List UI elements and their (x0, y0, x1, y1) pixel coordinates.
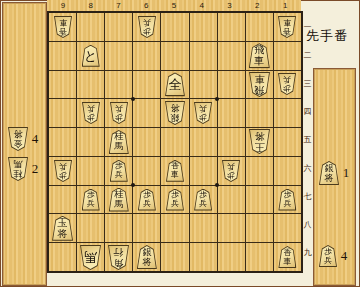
sente-hand-歩兵: 歩兵4 (319, 245, 348, 267)
shogi-piece-銀将[interactable]: 銀将 (165, 101, 185, 125)
piece-kanji: 車 (254, 74, 264, 84)
piece-kanji: 歩 (283, 191, 291, 199)
square-8c[interactable] (77, 71, 104, 99)
square-9f[interactable]: 歩兵 (49, 157, 76, 185)
star-point (131, 97, 135, 101)
square-8a[interactable] (77, 13, 104, 41)
file-label-7: 7 (105, 0, 133, 11)
square-2e[interactable]: 王将 (246, 128, 273, 156)
sente-hand-stand: 銀将1歩兵4 (313, 68, 356, 286)
shogi-piece-馬[interactable]: 馬 (80, 245, 101, 270)
piece-kanji: 将 (14, 130, 23, 139)
square-2a[interactable] (246, 13, 273, 41)
piece-kanji: 歩 (324, 248, 332, 256)
hand-count: 4 (340, 248, 348, 264)
square-7i[interactable]: 角行 (105, 243, 132, 271)
rank-label: 六 (302, 154, 313, 182)
piece-kanji: 桂 (114, 132, 123, 141)
piece-kanji: 兵 (143, 200, 151, 208)
shogi-piece-香車[interactable]: 香車 (166, 160, 184, 182)
shogi-piece-と[interactable]: と (82, 45, 100, 67)
star-point (215, 183, 219, 187)
piece-kanji: 歩 (59, 171, 67, 179)
piece-kanji: 馬 (84, 251, 97, 264)
square-5i[interactable] (161, 243, 188, 271)
shogi-piece-桂馬[interactable]: 桂馬 (8, 157, 28, 181)
piece-face: 歩兵 (111, 103, 127, 123)
shogi-piece-銀将[interactable]: 銀将 (137, 245, 157, 269)
square-2b[interactable]: 飛車 (246, 42, 273, 70)
shogi-piece-銀将[interactable]: 銀将 (319, 161, 339, 185)
shogi-board-grid: 香車歩兵香車と飛車全飛車歩兵歩兵歩兵銀将歩兵桂馬王将歩兵歩兵香車歩兵歩兵桂馬歩兵… (49, 13, 301, 271)
piece-kanji: 香 (171, 162, 179, 170)
square-1h[interactable] (274, 214, 301, 242)
gote-hand-stand: 金将4桂馬2 (2, 2, 47, 286)
piece-kanji: 飛 (254, 85, 264, 95)
file-label-5: 5 (160, 0, 188, 11)
piece-kanji: 歩 (115, 162, 123, 170)
piece-kanji: 行 (114, 247, 124, 257)
square-6f[interactable] (133, 157, 160, 185)
gote-hand-金将: 金将4 (8, 127, 39, 151)
square-3g[interactable] (218, 186, 245, 214)
square-3a[interactable] (218, 13, 245, 41)
square-3b[interactable] (218, 42, 245, 70)
piece-face: 歩兵 (83, 190, 99, 210)
shogi-piece-香車[interactable]: 香車 (278, 246, 296, 268)
square-2f[interactable] (246, 157, 273, 185)
piece-kanji: 歩 (87, 114, 95, 122)
shogi-piece-歩兵[interactable]: 歩兵 (194, 102, 212, 124)
piece-face: 金将 (9, 128, 27, 150)
square-4f[interactable] (190, 157, 217, 185)
piece-kanji: 車 (283, 258, 291, 266)
square-9c[interactable] (49, 71, 76, 99)
square-1a[interactable]: 香車 (274, 13, 301, 41)
piece-face: 歩兵 (139, 17, 155, 37)
square-6a[interactable]: 歩兵 (133, 13, 160, 41)
square-7h[interactable] (105, 214, 132, 242)
sente-hand-銀将: 銀将1 (319, 161, 350, 185)
shogi-piece-歩兵[interactable]: 歩兵 (82, 102, 100, 124)
piece-kanji: と (84, 49, 97, 62)
rank-label: 七 (302, 182, 313, 210)
shogi-piece-王将[interactable]: 王将 (249, 129, 270, 154)
piece-face: 銀将 (320, 162, 338, 184)
rank-label: 八 (302, 211, 313, 239)
piece-kanji: 歩 (115, 114, 123, 122)
shogi-piece-飛車[interactable]: 飛車 (249, 43, 270, 68)
square-4c[interactable] (190, 71, 217, 99)
piece-kanji: 兵 (87, 200, 95, 208)
rank-label: 三 (302, 69, 313, 97)
piece-kanji: 兵 (115, 105, 123, 113)
square-8g[interactable]: 歩兵 (77, 186, 104, 214)
piece-kanji: 車 (171, 171, 179, 179)
file-label-4: 4 (188, 0, 216, 11)
piece-kanji: 桂 (14, 170, 23, 179)
square-9e[interactable] (49, 128, 76, 156)
square-8f[interactable] (77, 157, 104, 185)
piece-face: と (83, 46, 99, 66)
piece-face: 桂馬 (9, 158, 27, 180)
shogi-piece-歩兵[interactable]: 歩兵 (319, 245, 337, 267)
hand-count: 4 (31, 131, 39, 147)
piece-face: 飛車 (250, 44, 269, 67)
shogi-piece-歩兵[interactable]: 歩兵 (138, 189, 156, 211)
rank-label: 九 (302, 239, 313, 267)
piece-kanji: 金 (14, 140, 23, 149)
piece-kanji: 全 (168, 78, 181, 91)
square-8e[interactable] (77, 128, 104, 156)
rank-label: 二 (302, 41, 313, 69)
square-8b[interactable]: と (77, 42, 104, 70)
square-4e[interactable] (190, 128, 217, 156)
square-1f[interactable] (274, 157, 301, 185)
file-label-8: 8 (77, 0, 105, 11)
square-9a[interactable]: 香車 (49, 13, 76, 41)
square-8d[interactable]: 歩兵 (77, 99, 104, 127)
board-border: 香車歩兵香車と飛車全飛車歩兵歩兵歩兵銀将歩兵桂馬王将歩兵歩兵香車歩兵歩兵桂馬歩兵… (47, 11, 303, 273)
square-3e[interactable] (218, 128, 245, 156)
square-9d[interactable] (49, 99, 76, 127)
square-4a[interactable] (190, 13, 217, 41)
piece-kanji: 馬 (114, 200, 123, 209)
shogi-piece-角行[interactable]: 角行 (108, 245, 129, 270)
piece-face: 全 (166, 73, 184, 95)
piece-kanji: 銀 (325, 164, 334, 173)
square-9g[interactable] (49, 186, 76, 214)
rank-label: 四 (302, 98, 313, 126)
piece-kanji: 兵 (227, 162, 235, 170)
square-6b[interactable] (133, 42, 160, 70)
piece-face: 歩兵 (195, 190, 211, 210)
piece-kanji: 角 (114, 258, 124, 268)
piece-kanji: 歩 (87, 191, 95, 199)
piece-kanji: 歩 (143, 27, 151, 35)
piece-kanji: 車 (254, 56, 264, 66)
square-3i[interactable] (218, 243, 245, 271)
piece-face: 歩兵 (111, 161, 127, 181)
square-5c[interactable]: 全 (161, 71, 188, 99)
piece-kanji: 兵 (324, 257, 332, 265)
piece-kanji: 歩 (283, 85, 291, 93)
square-5f[interactable]: 香車 (161, 157, 188, 185)
piece-face: 香車 (279, 247, 295, 267)
shogi-app: { "game": "shogi", "turn_indicator": "先手… (0, 0, 360, 287)
piece-kanji: 香 (283, 249, 291, 257)
piece-kanji: 車 (283, 18, 291, 26)
square-4d[interactable]: 歩兵 (190, 99, 217, 127)
square-6c[interactable] (133, 71, 160, 99)
square-6d[interactable] (133, 99, 160, 127)
square-6g[interactable]: 歩兵 (133, 186, 160, 214)
piece-face: 香車 (167, 161, 183, 181)
square-3h[interactable] (218, 214, 245, 242)
rank-label: 五 (302, 126, 313, 154)
square-1e[interactable] (274, 128, 301, 156)
shogi-piece-香車[interactable]: 香車 (278, 16, 296, 38)
piece-kanji: 歩 (199, 114, 207, 122)
square-9i[interactable] (49, 243, 76, 271)
square-5d[interactable]: 銀将 (161, 99, 188, 127)
piece-face: 香車 (55, 17, 71, 37)
piece-kanji: 将 (254, 131, 264, 141)
square-3f[interactable]: 歩兵 (218, 157, 245, 185)
piece-face: 歩兵 (55, 161, 71, 181)
piece-kanji: 馬 (114, 142, 123, 151)
piece-kanji: 玉 (58, 218, 68, 228)
square-4h[interactable] (190, 214, 217, 242)
piece-kanji: 兵 (59, 162, 67, 170)
square-1g[interactable]: 歩兵 (274, 186, 301, 214)
shogi-piece-歩兵[interactable]: 歩兵 (82, 189, 100, 211)
shogi-piece-歩兵[interactable]: 歩兵 (278, 189, 296, 211)
square-6e[interactable] (133, 128, 160, 156)
file-labels: 987654321 (49, 0, 299, 11)
piece-kanji: 馬 (14, 160, 23, 169)
piece-kanji: 兵 (283, 76, 291, 84)
piece-face: 歩兵 (139, 190, 155, 210)
piece-kanji: 銀 (142, 248, 151, 257)
piece-face: 歩兵 (279, 74, 295, 94)
piece-face: 玉将 (53, 217, 72, 240)
square-1d[interactable] (274, 99, 301, 127)
shogi-piece-歩兵[interactable]: 歩兵 (166, 189, 184, 211)
shogi-piece-金将[interactable]: 金将 (8, 127, 28, 151)
piece-kanji: 兵 (171, 200, 179, 208)
piece-face: 王将 (250, 130, 269, 153)
square-7f[interactable]: 歩兵 (105, 157, 132, 185)
piece-kanji: 王 (254, 142, 264, 152)
piece-face: 桂馬 (110, 131, 128, 153)
shogi-piece-飛車[interactable]: 飛車 (249, 72, 270, 97)
piece-kanji: 香 (59, 27, 67, 35)
shogi-piece-桂馬[interactable]: 桂馬 (109, 188, 129, 212)
square-2c[interactable]: 飛車 (246, 71, 273, 99)
piece-kanji: 歩 (171, 191, 179, 199)
shogi-piece-歩兵[interactable]: 歩兵 (222, 160, 240, 182)
square-7a[interactable] (105, 13, 132, 41)
rank-labels: 一二三四五六七八九 (302, 13, 313, 267)
square-7c[interactable] (105, 71, 132, 99)
piece-kanji: 歩 (199, 191, 207, 199)
piece-kanji: 歩 (143, 191, 151, 199)
piece-kanji: 兵 (115, 171, 123, 179)
star-point (131, 183, 135, 187)
square-4i[interactable] (190, 243, 217, 271)
piece-face: 歩兵 (83, 103, 99, 123)
square-7g[interactable]: 桂馬 (105, 186, 132, 214)
square-5h[interactable] (161, 214, 188, 242)
square-4b[interactable] (190, 42, 217, 70)
square-4g[interactable]: 歩兵 (190, 186, 217, 214)
shogi-piece-歩兵[interactable]: 歩兵 (278, 73, 296, 95)
piece-kanji: 歩 (227, 171, 235, 179)
file-label-3: 3 (216, 0, 244, 11)
piece-kanji: 銀 (170, 114, 179, 123)
square-7b[interactable] (105, 42, 132, 70)
square-6i[interactable]: 銀将 (133, 243, 160, 271)
square-2d[interactable] (246, 99, 273, 127)
piece-kanji: 兵 (199, 105, 207, 113)
shogi-board-panel: 987654321 香車歩兵香車と飛車全飛車歩兵歩兵歩兵銀将歩兵桂馬王将歩兵歩兵… (47, 0, 301, 271)
square-1c[interactable]: 歩兵 (274, 71, 301, 99)
square-5a[interactable] (161, 13, 188, 41)
square-7e[interactable]: 桂馬 (105, 128, 132, 156)
square-1i[interactable]: 香車 (274, 243, 301, 271)
square-6h[interactable] (133, 214, 160, 242)
shogi-piece-歩兵[interactable]: 歩兵 (54, 160, 72, 182)
piece-kanji: 兵 (87, 105, 95, 113)
piece-face: 銀将 (166, 102, 184, 124)
piece-face: 歩兵 (195, 103, 211, 123)
square-3c[interactable] (218, 71, 245, 99)
shogi-piece-香車[interactable]: 香車 (54, 16, 72, 38)
piece-face: 歩兵 (167, 190, 183, 210)
piece-face: 銀将 (138, 246, 156, 268)
square-1b[interactable] (274, 42, 301, 70)
piece-kanji: 将 (142, 258, 151, 267)
piece-face: 馬 (81, 246, 100, 269)
piece-kanji: 車 (59, 18, 67, 26)
piece-kanji: 兵 (283, 200, 291, 208)
square-2h[interactable] (246, 214, 273, 242)
square-3d[interactable] (218, 99, 245, 127)
square-5g[interactable]: 歩兵 (161, 186, 188, 214)
piece-face: 歩兵 (320, 246, 336, 266)
piece-kanji: 兵 (199, 200, 207, 208)
piece-face: 桂馬 (110, 189, 128, 211)
square-2g[interactable] (246, 186, 273, 214)
turn-indicator: 先手番 (306, 27, 360, 45)
piece-face: 飛車 (250, 73, 269, 96)
shogi-piece-歩兵[interactable]: 歩兵 (110, 102, 128, 124)
square-9h[interactable]: 玉将 (49, 214, 76, 242)
piece-kanji: 兵 (143, 18, 151, 26)
piece-face: 角行 (109, 246, 128, 269)
shogi-piece-桂馬[interactable]: 桂馬 (109, 130, 129, 154)
piece-face: 歩兵 (279, 190, 295, 210)
gote-hand-桂馬: 桂馬2 (8, 157, 39, 181)
shogi-piece-歩兵[interactable]: 歩兵 (110, 160, 128, 182)
piece-face: 歩兵 (223, 161, 239, 181)
square-8i[interactable]: 馬 (77, 243, 104, 271)
star-point (215, 97, 219, 101)
piece-kanji: 将 (170, 104, 179, 113)
square-7d[interactable]: 歩兵 (105, 99, 132, 127)
square-9b[interactable] (49, 42, 76, 70)
piece-face: 香車 (279, 17, 295, 37)
hand-count: 1 (342, 165, 350, 181)
piece-kanji: 飛 (254, 45, 264, 55)
hand-count: 2 (31, 161, 39, 177)
piece-kanji: 桂 (114, 190, 123, 199)
file-label-6: 6 (132, 0, 160, 11)
shogi-piece-歩兵[interactable]: 歩兵 (194, 189, 212, 211)
file-label-9: 9 (49, 0, 77, 11)
shogi-piece-玉将[interactable]: 玉将 (52, 216, 73, 241)
piece-kanji: 香 (283, 27, 291, 35)
square-5b[interactable] (161, 42, 188, 70)
file-label-1: 1 (271, 0, 299, 11)
square-5e[interactable] (161, 128, 188, 156)
square-2i[interactable] (246, 243, 273, 271)
square-8h[interactable] (77, 214, 104, 242)
file-label-2: 2 (243, 0, 271, 11)
piece-kanji: 将 (58, 229, 68, 239)
shogi-piece-全[interactable]: 全 (165, 72, 185, 96)
shogi-piece-歩兵[interactable]: 歩兵 (138, 16, 156, 38)
piece-kanji: 将 (325, 174, 334, 183)
